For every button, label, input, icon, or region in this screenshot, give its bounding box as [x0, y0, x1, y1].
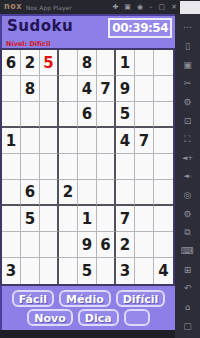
- volume-down-icon[interactable]: ◄-: [175, 167, 200, 186]
- sudoku-cell-r8c1[interactable]: [2, 232, 21, 258]
- sudoku-cell-r3c1[interactable]: [2, 102, 21, 128]
- game-timer: 00:39:54: [108, 18, 172, 38]
- macro-gear-icon[interactable]: ⚙: [175, 93, 200, 112]
- sudoku-app: Sudoku 00:39:54 Nível: Difícil 625818479…: [0, 14, 175, 338]
- app-header: Sudoku 00:39:54 Nível: Difícil: [0, 14, 175, 48]
- sudoku-cell-r4c4[interactable]: [59, 128, 78, 154]
- gift-icon[interactable]: ✚: [112, 1, 118, 14]
- sudoku-cell-r6c2[interactable]: 6: [21, 180, 40, 206]
- sudoku-cell-r5c8[interactable]: [135, 154, 154, 180]
- sudoku-cell-r1c5[interactable]: 8: [78, 50, 97, 76]
- sudoku-cell-r4c9[interactable]: [154, 128, 173, 154]
- sudoku-cell-r8c5[interactable]: 9: [78, 232, 97, 258]
- sudoku-cell-r2c8[interactable]: [135, 76, 154, 102]
- sudoku-cell-r8c3[interactable]: [40, 232, 59, 258]
- sudoku-cell-r1c6[interactable]: [97, 50, 116, 76]
- close-icon[interactable]: ✕: [171, 1, 177, 14]
- sudoku-cell-r4c1[interactable]: 1: [2, 128, 21, 154]
- medium-button[interactable]: Médio: [59, 290, 111, 307]
- sudoku-cell-r6c8[interactable]: [135, 180, 154, 206]
- extra-button[interactable]: [124, 309, 150, 326]
- new-game-button[interactable]: Novo: [27, 309, 73, 326]
- hard-button[interactable]: Difícil: [116, 290, 166, 307]
- control-panel: Fácil Médio Difícil Novo Dica: [0, 286, 175, 330]
- sudoku-cell-r9c6[interactable]: [97, 258, 116, 284]
- maximize-icon[interactable]: ▢: [159, 1, 166, 14]
- sudoku-cell-r6c6[interactable]: [97, 180, 116, 206]
- sudoku-cell-r1c3[interactable]: 5: [40, 50, 59, 76]
- sudoku-cell-r9c8[interactable]: [135, 258, 154, 284]
- sudoku-cell-r7c4[interactable]: [59, 206, 78, 232]
- sudoku-cell-r2c2[interactable]: 8: [21, 76, 40, 102]
- sudoku-cell-r6c3[interactable]: [40, 180, 59, 206]
- sudoku-cell-r3c5[interactable]: 6: [78, 102, 97, 128]
- sudoku-cell-r3c8[interactable]: [135, 102, 154, 128]
- titlebar-corner-block: [180, 1, 200, 14]
- sudoku-cell-r8c9[interactable]: [154, 232, 173, 258]
- sudoku-cell-r5c5[interactable]: [78, 154, 97, 180]
- screen-record-icon[interactable]: ▣: [175, 55, 200, 74]
- sudoku-cell-r5c3[interactable]: [40, 154, 59, 180]
- sudoku-cell-r5c9[interactable]: [154, 154, 173, 180]
- sudoku-cell-r8c7[interactable]: 2: [116, 232, 135, 258]
- sudoku-cell-r4c6[interactable]: [97, 128, 116, 154]
- screenshot-icon[interactable]: ◎: [175, 186, 200, 205]
- sudoku-cell-r2c4[interactable]: [59, 76, 78, 102]
- sudoku-cell-r2c9[interactable]: [154, 76, 173, 102]
- difficulty-button-row: Fácil Médio Difícil: [12, 290, 166, 307]
- sudoku-cell-r4c2[interactable]: [21, 128, 40, 154]
- action-button-row: Novo Dica: [27, 309, 149, 326]
- window-title: Nox App Player: [26, 4, 72, 11]
- sudoku-cell-r3c3[interactable]: [40, 102, 59, 128]
- titlebar-icons: ✚▣◉–▢✕: [112, 1, 180, 14]
- sudoku-cell-r2c5[interactable]: 4: [78, 76, 97, 102]
- sudoku-cell-r7c1[interactable]: [2, 206, 21, 232]
- shake-phone-icon[interactable]: ▯: [175, 37, 200, 56]
- minimize-icon[interactable]: –: [149, 1, 153, 14]
- sudoku-cell-r7c9[interactable]: [154, 206, 173, 232]
- sudoku-cell-r2c6[interactable]: 7: [97, 76, 116, 102]
- monitor-icon[interactable]: ⊡: [175, 111, 200, 130]
- nox-logo: nox: [4, 0, 22, 14]
- volume-up-icon[interactable]: ◄+: [175, 148, 200, 167]
- sudoku-cell-r2c3[interactable]: [40, 76, 59, 102]
- sudoku-cell-r5c4[interactable]: [59, 154, 78, 180]
- keyboard-icon[interactable]: ⌨: [175, 242, 200, 261]
- sudoku-cell-r4c5[interactable]: [78, 128, 97, 154]
- sudoku-cell-r4c7[interactable]: 4: [116, 128, 135, 154]
- sudoku-cell-r8c4[interactable]: [59, 232, 78, 258]
- sudoku-cell-r7c3[interactable]: [40, 206, 59, 232]
- nox-emulator-window: nox Nox App Player ✚▣◉–▢✕ Sudoku 00:39:5…: [0, 0, 200, 338]
- bottom-strip: [0, 330, 175, 338]
- hint-button[interactable]: Dica: [78, 309, 119, 326]
- fullscreen-icon[interactable]: ⛶: [175, 130, 200, 149]
- page-title: Sudoku: [7, 17, 73, 35]
- sudoku-cell-r6c4[interactable]: 2: [59, 180, 78, 206]
- sudoku-cell-r7c5[interactable]: 1: [78, 206, 97, 232]
- home-icon[interactable]: ⌂: [175, 298, 200, 317]
- sudoku-cell-r4c3[interactable]: [40, 128, 59, 154]
- sudoku-cell-r1c9[interactable]: [154, 50, 173, 76]
- sudoku-cell-r1c7[interactable]: 1: [116, 50, 135, 76]
- theme-icon[interactable]: ◉: [137, 1, 143, 14]
- easy-button[interactable]: Fácil: [12, 290, 54, 307]
- sudoku-cell-r1c1[interactable]: 6: [2, 50, 21, 76]
- sudoku-cell-r9c4[interactable]: [59, 258, 78, 284]
- sudoku-cell-r5c7[interactable]: [116, 154, 135, 180]
- sudoku-board: 62581847965147625179623534: [0, 48, 175, 286]
- sudoku-cell-r3c4[interactable]: [59, 102, 78, 128]
- sudoku-cell-r6c7[interactable]: [116, 180, 135, 206]
- sudoku-cell-r3c9[interactable]: [154, 102, 173, 128]
- sudoku-cell-r1c4[interactable]: [59, 50, 78, 76]
- sudoku-cell-r9c7[interactable]: 3: [116, 258, 135, 284]
- picture-in-picture-icon[interactable]: ⧉: [175, 223, 200, 242]
- emulator-sidebar: ⋯▯▣✂⚙⊡⛶◄+◄-◎⚙⧉⌨⊞↶⌂▢: [175, 14, 200, 338]
- sudoku-cell-r1c8[interactable]: [135, 50, 154, 76]
- sudoku-cell-r9c1[interactable]: 3: [2, 258, 21, 284]
- video-record-icon[interactable]: ▣: [124, 1, 131, 14]
- sudoku-cell-r9c5[interactable]: 5: [78, 258, 97, 284]
- sudoku-cell-r7c8[interactable]: [135, 206, 154, 232]
- sudoku-cell-r1c2[interactable]: 2: [21, 50, 40, 76]
- sudoku-cell-r9c2[interactable]: [21, 258, 40, 284]
- sudoku-cell-r5c2[interactable]: [21, 154, 40, 180]
- sudoku-cell-r7c7[interactable]: 7: [116, 206, 135, 232]
- sudoku-cell-r8c6[interactable]: 6: [97, 232, 116, 258]
- sudoku-cell-r5c6[interactable]: [97, 154, 116, 180]
- sudoku-cell-r3c2[interactable]: [21, 102, 40, 128]
- sudoku-cell-r6c5[interactable]: [78, 180, 97, 206]
- sudoku-cell-r6c1[interactable]: [2, 180, 21, 206]
- sudoku-cell-r6c9[interactable]: [154, 180, 173, 206]
- difficulty-label: Nível: Difícil: [6, 40, 50, 48]
- sudoku-cell-r3c7[interactable]: 5: [116, 102, 135, 128]
- window-titlebar: nox Nox App Player ✚▣◉–▢✕: [0, 0, 200, 14]
- sudoku-cell-r2c7[interactable]: 9: [116, 76, 135, 102]
- settings-icon[interactable]: ⚙: [175, 204, 200, 223]
- sudoku-cell-r9c9[interactable]: 4: [154, 258, 173, 284]
- sudoku-cell-r8c2[interactable]: [21, 232, 40, 258]
- sudoku-cell-r2c1[interactable]: [2, 76, 21, 102]
- cut-icon[interactable]: ✂: [175, 74, 200, 93]
- sudoku-cell-r5c1[interactable]: [2, 154, 21, 180]
- back-icon[interactable]: ↶: [175, 279, 200, 298]
- sudoku-cell-r8c8[interactable]: [135, 232, 154, 258]
- sudoku-cell-r3c6[interactable]: [97, 102, 116, 128]
- install-apk-icon[interactable]: ⊞: [175, 260, 200, 279]
- sudoku-cell-r7c2[interactable]: 5: [21, 206, 40, 232]
- more-menu-icon[interactable]: ⋯: [175, 18, 200, 37]
- sudoku-cell-r4c8[interactable]: 7: [135, 128, 154, 154]
- recents-icon[interactable]: ▢: [175, 316, 200, 335]
- sudoku-cell-r9c3[interactable]: [40, 258, 59, 284]
- sudoku-cell-r7c6[interactable]: [97, 206, 116, 232]
